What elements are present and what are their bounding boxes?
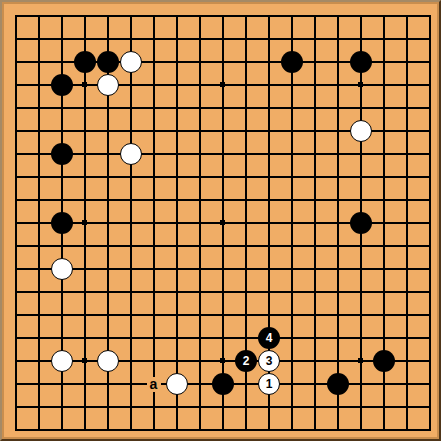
star-point [82,82,87,87]
star-point [358,358,363,363]
black-stone [350,212,372,234]
black-stone [51,74,73,96]
black-stone [51,143,73,165]
black-stone-move-2: 2 [235,350,257,372]
grid-line-horizontal [15,291,431,293]
star-point [358,82,363,87]
grid-line-horizontal [15,314,431,316]
star-point [220,82,225,87]
black-stone [51,212,73,234]
white-stone [97,350,119,372]
white-stone-move-1: 1 [258,373,280,395]
go-board[interactable]: 4231a [0,0,441,441]
black-stone [281,51,303,73]
black-stone [74,51,96,73]
grid-line-vertical [337,15,339,431]
white-stone-move-3: 3 [258,350,280,372]
grid-line-vertical [429,15,431,431]
star-point [82,220,87,225]
white-stone [350,120,372,142]
grid-line-horizontal [15,337,431,339]
star-point [220,220,225,225]
move-number-label: 3 [266,355,273,367]
black-stone [327,373,349,395]
grid-line-vertical [314,15,316,431]
white-stone [97,74,119,96]
white-stone [51,258,73,280]
star-point [82,358,87,363]
move-number-label: 1 [266,378,273,390]
grid-line-horizontal [15,429,431,431]
move-number-label: 2 [243,355,250,367]
black-stone [212,373,234,395]
black-stone [97,51,119,73]
white-stone [166,373,188,395]
grid-line-vertical [291,15,293,431]
grid-line-vertical [406,15,408,431]
black-stone-move-4: 4 [258,327,280,349]
white-stone [51,350,73,372]
grid-line-horizontal [15,268,431,270]
grid-line-horizontal [15,245,431,247]
star-point [220,358,225,363]
move-number-label: 4 [266,332,273,344]
white-stone [120,143,142,165]
grid-line-horizontal [15,406,431,408]
white-stone [120,51,142,73]
black-stone [373,350,395,372]
point-label-a: a [147,377,161,392]
black-stone [350,51,372,73]
